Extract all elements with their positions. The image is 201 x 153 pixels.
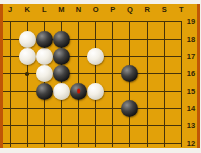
black-stone [70,83,87,100]
black-stone [53,48,70,65]
white-stone [36,65,53,82]
white-stone [87,83,104,100]
black-stone [53,65,70,82]
goban[interactable]: JKLMNOPQRST1918171615141312 [0,4,200,148]
white-stone [53,83,70,100]
black-stone [53,31,70,48]
white-stone [87,48,104,65]
board-right-edge [197,4,201,148]
board-left-edge [0,4,3,148]
white-stone [19,31,36,48]
black-stone [36,31,53,48]
black-stone [36,83,53,100]
go-board-frame: JKLMNOPQRST1918171615141312 [0,0,200,153]
white-stone [36,48,53,65]
black-stone [121,65,138,82]
black-stone [121,100,138,117]
last-move-marker [77,89,81,94]
stone-grid [1,13,189,148]
white-stone [19,48,36,65]
